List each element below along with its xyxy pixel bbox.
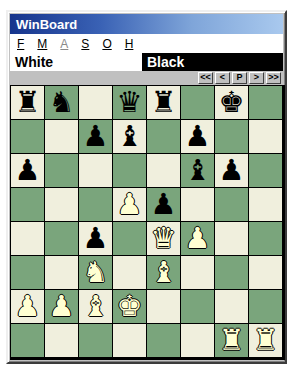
square-a1[interactable] [11,324,44,357]
white-pawn-b2: ♟ [49,290,75,323]
square-a3[interactable] [11,256,44,289]
white-rook-g1: ♜ [219,324,245,357]
black-bishop-f6: ♝ [185,154,211,187]
square-a5[interactable] [11,188,44,221]
square-c7[interactable]: ♟ [79,120,112,153]
square-g8[interactable]: ♚ [215,86,248,119]
black-pawn-f7: ♟ [185,120,211,153]
square-b4[interactable] [45,222,78,255]
square-d6[interactable] [113,154,146,187]
square-c8[interactable] [79,86,112,119]
square-h6[interactable] [249,154,282,187]
square-g4[interactable] [215,222,248,255]
white-clock-label: White [10,53,142,71]
square-c6[interactable] [79,154,112,187]
square-h2[interactable] [249,290,282,323]
pause-button[interactable]: P [232,72,247,84]
white-pawn-a2: ♟ [15,290,41,323]
white-pawn-f4: ♟ [185,222,211,255]
square-h7[interactable] [249,120,282,153]
black-king-g8: ♚ [219,86,245,119]
square-d3[interactable] [113,256,146,289]
square-f6[interactable]: ♝ [181,154,214,187]
square-a4[interactable] [11,222,44,255]
square-g2[interactable] [215,290,248,323]
black-rook-a8: ♜ [15,86,41,119]
white-knight-c3: ♞ [83,256,109,289]
square-g7[interactable] [215,120,248,153]
square-f4[interactable]: ♟ [181,222,214,255]
menu-item-s[interactable]: S [81,37,89,51]
square-b2[interactable]: ♟ [45,290,78,323]
square-g1[interactable]: ♜ [215,324,248,357]
window-title: WinBoard [10,17,77,32]
black-pawn-c4: ♟ [83,222,109,255]
square-c3[interactable]: ♞ [79,256,112,289]
square-d4[interactable] [113,222,146,255]
square-b8[interactable]: ♞ [45,86,78,119]
white-bishop-c2: ♝ [83,290,109,323]
square-f3[interactable] [181,256,214,289]
menu-item-m[interactable]: M [37,37,47,51]
game-controls: <<<P>>> [10,71,283,85]
square-a8[interactable]: ♜ [11,86,44,119]
step-forward-button[interactable]: > [249,72,264,84]
white-queen-e4: ♛ [151,222,177,255]
square-f5[interactable] [181,188,214,221]
square-h3[interactable] [249,256,282,289]
forward-to-end-button[interactable]: >> [266,72,281,84]
black-clock-label: Black [142,53,283,71]
square-h8[interactable] [249,86,282,119]
square-h4[interactable] [249,222,282,255]
black-pawn-c7: ♟ [83,120,109,153]
square-f7[interactable]: ♟ [181,120,214,153]
square-b3[interactable] [45,256,78,289]
black-bishop-d7: ♝ [117,120,143,153]
square-d2[interactable]: ♚ [113,290,146,323]
square-b1[interactable] [45,324,78,357]
square-e6[interactable] [147,154,180,187]
square-b7[interactable] [45,120,78,153]
square-e7[interactable] [147,120,180,153]
white-pawn-d5: ♟ [117,188,143,221]
square-f8[interactable] [181,86,214,119]
black-pawn-a6: ♟ [15,154,41,187]
square-d1[interactable] [113,324,146,357]
square-h5[interactable] [249,188,282,221]
square-f2[interactable] [181,290,214,323]
chess-board: ♜♞♛♜♚♟♝♟♟♝♟♟♟♟♛♟♞♝♟♟♝♚♜♜ [10,85,285,360]
black-queen-d8: ♛ [117,86,143,119]
black-rook-e8: ♜ [151,86,177,119]
square-a6[interactable]: ♟ [11,154,44,187]
square-a2[interactable]: ♟ [11,290,44,323]
square-e1[interactable] [147,324,180,357]
square-h1[interactable]: ♜ [249,324,282,357]
winboard-window: WinBoard FMASOH White Black <<<P>>> ♜♞♛♜… [6,10,287,364]
square-e5[interactable]: ♟ [147,188,180,221]
square-g5[interactable] [215,188,248,221]
square-d7[interactable]: ♝ [113,120,146,153]
square-c2[interactable]: ♝ [79,290,112,323]
black-pawn-e5: ♟ [151,188,177,221]
square-f1[interactable] [181,324,214,357]
menu-item-o[interactable]: O [102,37,111,51]
menu-bar: FMASOH [10,34,283,53]
square-c4[interactable]: ♟ [79,222,112,255]
square-d5[interactable]: ♟ [113,188,146,221]
square-c5[interactable] [79,188,112,221]
square-e3[interactable]: ♝ [147,256,180,289]
clock-bar: White Black [10,53,283,71]
rewind-to-start-button[interactable]: << [198,72,213,84]
square-e2[interactable] [147,290,180,323]
white-rook-h1: ♜ [253,324,279,357]
square-d8[interactable]: ♛ [113,86,146,119]
square-c1[interactable] [79,324,112,357]
black-knight-b8: ♞ [49,86,75,119]
menu-item-a[interactable]: A [60,37,68,51]
menu-item-f[interactable]: F [17,37,24,51]
square-e8[interactable]: ♜ [147,86,180,119]
step-back-button[interactable]: < [215,72,230,84]
black-pawn-g6: ♟ [219,154,245,187]
square-b6[interactable] [45,154,78,187]
white-bishop-e3: ♝ [151,256,177,289]
square-g6[interactable]: ♟ [215,154,248,187]
square-b5[interactable] [45,188,78,221]
white-king-d2: ♚ [117,290,143,323]
title-bar[interactable]: WinBoard [10,14,283,34]
menu-item-h[interactable]: H [125,37,134,51]
square-g3[interactable] [215,256,248,289]
square-e4[interactable]: ♛ [147,222,180,255]
square-a7[interactable] [11,120,44,153]
